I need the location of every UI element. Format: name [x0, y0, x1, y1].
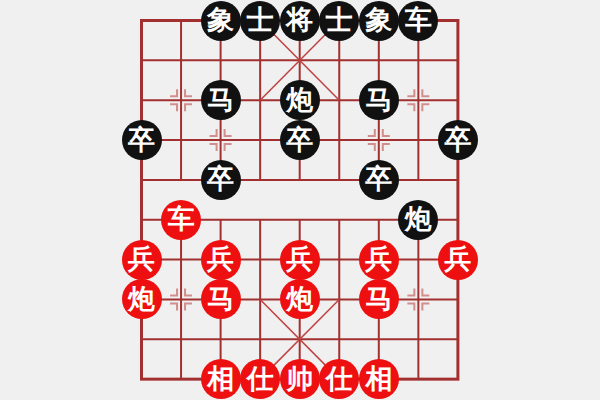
piece-black-soldier[interactable]: 卒 [438, 120, 478, 160]
piece-black-soldier[interactable]: 卒 [359, 160, 399, 200]
piece-red-elephant[interactable]: 相 [359, 359, 399, 399]
piece-red-advisor[interactable]: 仕 [240, 359, 280, 399]
point-marker [170, 288, 177, 295]
piece-black-advisor[interactable]: 士 [319, 1, 359, 41]
piece-red-chariot[interactable]: 车 [161, 200, 201, 240]
point-marker [422, 303, 429, 310]
point-marker [225, 144, 232, 151]
point-marker [185, 303, 192, 310]
piece-red-elephant[interactable]: 相 [201, 359, 241, 399]
piece-black-advisor[interactable]: 士 [240, 1, 280, 41]
point-marker [185, 288, 192, 295]
point-marker [170, 303, 177, 310]
point-marker [185, 89, 192, 96]
point-marker [185, 104, 192, 111]
point-marker [407, 104, 414, 111]
piece-black-soldier[interactable]: 卒 [280, 120, 320, 160]
point-marker [383, 129, 390, 136]
point-marker [407, 89, 414, 96]
piece-black-soldier[interactable]: 卒 [122, 120, 162, 160]
point-marker [407, 303, 414, 310]
point-marker [422, 288, 429, 295]
piece-black-cannon[interactable]: 炮 [398, 200, 438, 240]
piece-black-horse[interactable]: 马 [359, 80, 399, 120]
piece-red-horse[interactable]: 马 [201, 279, 241, 319]
piece-black-horse[interactable]: 马 [201, 80, 241, 120]
point-marker [210, 129, 217, 136]
point-marker [170, 89, 177, 96]
piece-red-soldier[interactable]: 兵 [280, 240, 320, 280]
point-marker [383, 144, 390, 151]
piece-red-soldier[interactable]: 兵 [359, 240, 399, 280]
point-marker [225, 129, 232, 136]
piece-black-elephant[interactable]: 象 [201, 1, 241, 41]
point-marker [407, 288, 414, 295]
piece-black-general[interactable]: 将 [280, 1, 320, 41]
piece-red-horse[interactable]: 马 [359, 279, 399, 319]
piece-red-soldier[interactable]: 兵 [438, 240, 478, 280]
point-marker [368, 129, 375, 136]
piece-red-soldier[interactable]: 兵 [201, 240, 241, 280]
point-marker [422, 89, 429, 96]
piece-black-cannon[interactable]: 炮 [280, 80, 320, 120]
piece-black-chariot[interactable]: 车 [398, 1, 438, 41]
piece-black-elephant[interactable]: 象 [359, 1, 399, 41]
point-marker [210, 144, 217, 151]
point-marker [368, 144, 375, 151]
piece-red-general[interactable]: 帅 [280, 359, 320, 399]
xiangqi-board[interactable]: 象士将士象车马炮马卒卒卒卒卒车炮兵兵兵兵兵炮马炮马相仕帅仕相 [0, 0, 600, 400]
point-marker [170, 104, 177, 111]
piece-black-soldier[interactable]: 卒 [201, 160, 241, 200]
point-marker [422, 104, 429, 111]
piece-red-cannon[interactable]: 炮 [122, 279, 162, 319]
board-grid [0, 0, 600, 400]
piece-red-cannon[interactable]: 炮 [280, 279, 320, 319]
piece-red-soldier[interactable]: 兵 [122, 240, 162, 280]
